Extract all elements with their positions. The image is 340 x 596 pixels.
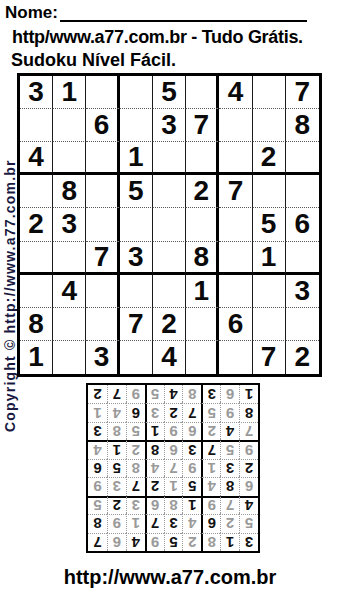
empty-cell[interactable]	[286, 242, 319, 275]
empty-cell[interactable]	[120, 109, 153, 142]
solution-cell: 2	[182, 533, 201, 551]
given-digit-cell: 1	[253, 242, 286, 275]
solution-cell: 4	[126, 533, 145, 551]
given-digit-cell: 3	[120, 242, 153, 275]
solution-cell: 4	[182, 514, 201, 532]
solution-cell: 6	[239, 477, 258, 495]
empty-cell[interactable]	[219, 142, 252, 175]
empty-cell[interactable]	[253, 175, 286, 208]
given-digit-cell: 8	[53, 175, 86, 208]
solution-cell: 1	[107, 440, 126, 458]
empty-cell[interactable]	[153, 208, 186, 241]
solution-cell: 2	[220, 514, 239, 532]
solution-cell: 9	[239, 440, 258, 458]
solution-cell: 3	[88, 422, 107, 440]
solution-cell: 7	[201, 440, 220, 458]
solution-cell: 3	[164, 514, 183, 532]
empty-cell[interactable]	[20, 109, 53, 142]
solution-cell: 1	[220, 533, 239, 551]
solution-cell: 1	[201, 459, 220, 477]
solution-cell: 9	[107, 514, 126, 532]
sudoku-puzzle-grid: 315476378412852723567381413872613472	[17, 73, 322, 377]
given-digit-cell: 2	[153, 308, 186, 341]
solution-cell: 8	[107, 422, 126, 440]
given-digit-cell: 8	[286, 109, 319, 142]
solution-cell: 7	[126, 477, 145, 495]
solution-cell: 8	[201, 533, 220, 551]
solution-cell: 4	[201, 477, 220, 495]
empty-cell[interactable]	[53, 242, 86, 275]
solution-cell: 4	[164, 385, 183, 403]
empty-cell[interactable]	[86, 208, 119, 241]
solution-cell: 4	[145, 459, 164, 477]
empty-cell[interactable]	[253, 275, 286, 308]
solution-cell: 5	[145, 385, 164, 403]
empty-cell[interactable]	[253, 308, 286, 341]
empty-cell[interactable]	[153, 142, 186, 175]
solution-cell: 9	[145, 533, 164, 551]
solution-cell: 6	[164, 440, 183, 458]
solution-cell: 4	[239, 496, 258, 514]
given-digit-cell: 6	[219, 308, 252, 341]
solution-cell: 9	[164, 422, 183, 440]
solution-cell: 5	[107, 459, 126, 477]
empty-cell[interactable]	[120, 275, 153, 308]
given-digit-cell: 7	[120, 308, 153, 341]
puzzle-level-title: Sudoku Nível Fácil.	[11, 50, 176, 71]
given-digit-cell: 2	[286, 341, 319, 374]
solution-cell: 7	[239, 422, 258, 440]
empty-cell[interactable]	[186, 308, 219, 341]
solution-cell: 6	[126, 403, 145, 421]
empty-cell[interactable]	[153, 242, 186, 275]
name-blank-line[interactable]	[60, 3, 307, 22]
solution-cell: 6	[201, 514, 220, 532]
solution-cell: 2	[201, 422, 220, 440]
empty-cell[interactable]	[219, 275, 252, 308]
solution-cell: 6	[220, 385, 239, 403]
solution-cell: 5	[182, 477, 201, 495]
empty-cell[interactable]	[253, 109, 286, 142]
solution-cell: 9	[126, 385, 145, 403]
solution-cell: 3	[239, 533, 258, 551]
empty-cell[interactable]	[86, 76, 119, 109]
given-digit-cell: 6	[286, 208, 319, 241]
solution-cell: 4	[220, 422, 239, 440]
empty-cell[interactable]	[219, 208, 252, 241]
empty-cell[interactable]	[86, 308, 119, 341]
solution-cell: 3	[201, 385, 220, 403]
given-digit-cell: 4	[53, 275, 86, 308]
site-header: http/www.a77.com.br - Tudo Grátis.	[12, 27, 303, 48]
solution-cell: 5	[126, 422, 145, 440]
empty-cell[interactable]	[53, 109, 86, 142]
empty-cell[interactable]	[153, 275, 186, 308]
empty-cell[interactable]	[53, 308, 86, 341]
solution-cell: 8	[239, 403, 258, 421]
solution-cell: 8	[182, 385, 201, 403]
name-label: Nome:	[5, 3, 58, 22]
empty-cell[interactable]	[86, 142, 119, 175]
solution-cell: 3	[145, 403, 164, 421]
sudoku-solution-grid: 3182594675264371984791863256845127392319…	[86, 383, 260, 553]
solution-cell: 6	[88, 459, 107, 477]
empty-cell[interactable]	[53, 341, 86, 374]
name-row: Nome:	[5, 3, 307, 22]
solution-cell: 5	[201, 403, 220, 421]
empty-cell[interactable]	[120, 208, 153, 241]
empty-cell[interactable]	[219, 109, 252, 142]
given-digit-cell: 7	[253, 341, 286, 374]
empty-cell[interactable]	[53, 142, 86, 175]
solution-cell: 8	[126, 459, 145, 477]
empty-cell[interactable]	[219, 242, 252, 275]
solution-cell: 5	[220, 440, 239, 458]
solution-cell: 9	[88, 477, 107, 495]
solution-cell: 8	[145, 440, 164, 458]
empty-cell[interactable]	[219, 341, 252, 374]
given-digit-cell: 4	[20, 142, 53, 175]
solution-cell: 6	[107, 533, 126, 551]
given-digit-cell: 5	[253, 208, 286, 241]
empty-cell[interactable]	[20, 175, 53, 208]
sudoku-worksheet-page: Nome: http/www.a77.com.br - Tudo Grátis.…	[0, 0, 340, 596]
given-digit-cell: 5	[153, 76, 186, 109]
solution-cell: 6	[182, 422, 201, 440]
footer-url[interactable]: http://www.a77.com.br	[0, 566, 340, 589]
given-digit-cell: 1	[186, 275, 219, 308]
empty-cell[interactable]	[286, 142, 319, 175]
empty-cell[interactable]	[20, 242, 53, 275]
given-digit-cell: 7	[186, 109, 219, 142]
solution-cell: 4	[107, 403, 126, 421]
solution-cell: 8	[164, 496, 183, 514]
given-digit-cell: 3	[153, 109, 186, 142]
empty-cell[interactable]	[120, 76, 153, 109]
solution-cell: 7	[145, 514, 164, 532]
solution-cell: 9	[182, 459, 201, 477]
solution-cell: 5	[164, 533, 183, 551]
given-digit-cell: 2	[186, 175, 219, 208]
empty-cell[interactable]	[186, 341, 219, 374]
solution-cell: 8	[220, 477, 239, 495]
solution-cell: 7	[220, 496, 239, 514]
empty-cell[interactable]	[286, 308, 319, 341]
solution-cell: 1	[239, 385, 258, 403]
solution-cell: 2	[145, 477, 164, 495]
solution-cell: 3	[182, 440, 201, 458]
solution-cell: 1	[126, 514, 145, 532]
empty-cell[interactable]	[186, 208, 219, 241]
solution-cell: 7	[164, 459, 183, 477]
solution-cell: 3	[107, 477, 126, 495]
given-digit-cell: 1	[20, 341, 53, 374]
empty-cell[interactable]	[86, 175, 119, 208]
given-digit-cell: 4	[153, 341, 186, 374]
solution-cell: 8	[88, 514, 107, 532]
given-digit-cell: 7	[219, 175, 252, 208]
solution-cell: 9	[201, 496, 220, 514]
solution-cell: 7	[88, 533, 107, 551]
empty-cell[interactable]	[86, 275, 119, 308]
solution-cell: 2	[107, 496, 126, 514]
given-digit-cell: 3	[86, 341, 119, 374]
empty-cell[interactable]	[120, 341, 153, 374]
solution-cell: 2	[126, 440, 145, 458]
empty-cell[interactable]	[186, 142, 219, 175]
given-digit-cell: 3	[20, 76, 53, 109]
solution-cell: 6	[145, 496, 164, 514]
given-digit-cell: 3	[286, 275, 319, 308]
solution-cell: 9	[220, 403, 239, 421]
solution-cell: 5	[88, 496, 107, 514]
copyright-vertical-text: Copyright © http://www.a77.com.br	[2, 85, 18, 432]
solution-cell: 1	[145, 422, 164, 440]
empty-cell[interactable]	[286, 175, 319, 208]
solution-cell: 3	[126, 496, 145, 514]
solution-cell: 2	[164, 403, 183, 421]
given-digit-cell: 7	[86, 242, 119, 275]
given-digit-cell: 5	[120, 175, 153, 208]
given-digit-cell: 8	[20, 308, 53, 341]
given-digit-cell: 1	[120, 142, 153, 175]
solution-cell: 2	[239, 459, 258, 477]
solution-cell: 5	[239, 514, 258, 532]
given-digit-cell: 1	[53, 76, 86, 109]
solution-cell: 1	[164, 477, 183, 495]
given-digit-cell: 2	[20, 208, 53, 241]
empty-cell[interactable]	[253, 76, 286, 109]
given-digit-cell: 8	[186, 242, 219, 275]
solution-cell: 4	[88, 440, 107, 458]
given-digit-cell: 6	[86, 109, 119, 142]
solution-cell: 3	[220, 459, 239, 477]
given-digit-cell: 4	[219, 76, 252, 109]
solution-cell: 7	[107, 385, 126, 403]
empty-cell[interactable]	[153, 175, 186, 208]
empty-cell[interactable]	[20, 275, 53, 308]
given-digit-cell: 3	[53, 208, 86, 241]
solution-cell: 1	[88, 403, 107, 421]
solution-cell: 1	[182, 496, 201, 514]
solution-cell: 2	[88, 385, 107, 403]
empty-cell[interactable]	[186, 76, 219, 109]
given-digit-cell: 2	[253, 142, 286, 175]
solution-cell: 7	[182, 403, 201, 421]
given-digit-cell: 7	[286, 76, 319, 109]
